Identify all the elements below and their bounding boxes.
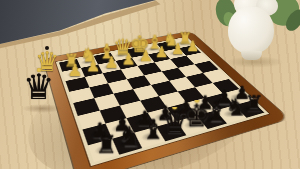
piece-black-rook-a8: ♜: [95, 133, 117, 158]
dark-finial: [45, 46, 49, 50]
photo-scene: ♜♞♝♛♚♝♞♜♟♟♟♟♟♟♟♟♟♟♟♟♟♟♟♟♜♞♝♛♚♝♞♜ ♛♛: [0, 0, 300, 169]
piece-black-rook-h8: ♜: [245, 93, 264, 114]
piece-black-knight-g8: ♞: [225, 96, 247, 120]
boxwood-finial: [194, 98, 199, 103]
cell-c5: [114, 89, 140, 105]
gold-finial: [37, 68, 41, 72]
boxwood-finial: [173, 105, 178, 110]
piece-black-bishop-c8: ♝: [141, 116, 166, 143]
piece-black-knight-b8: ♞: [118, 124, 142, 151]
spare-black-queen: ♛: [23, 70, 54, 105]
flower-vase: [228, 6, 274, 54]
flower-vase-foot: [241, 51, 262, 60]
spare-queens: ♛♛: [22, 48, 68, 118]
